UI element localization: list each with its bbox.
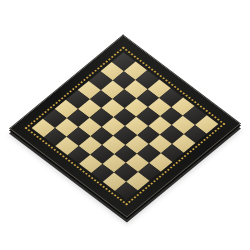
board-grid (32, 52, 219, 199)
chess-board (9, 34, 241, 217)
product-photo-scene (0, 0, 250, 250)
